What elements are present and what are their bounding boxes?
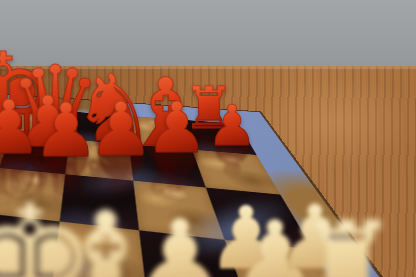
red-pawn[interactable]: ♟ — [207, 98, 257, 154]
chess-photo-scene: ♚ ♛ ♟ ♟ ♟ ♞ ♟ ♝ ♟ ♜ ♟ ♚ ♝ ♟ ♟ ♟ ♟ ♜ ♚♛♟♟… — [0, 0, 416, 277]
natural-rook[interactable]: ♜ — [294, 206, 400, 277]
